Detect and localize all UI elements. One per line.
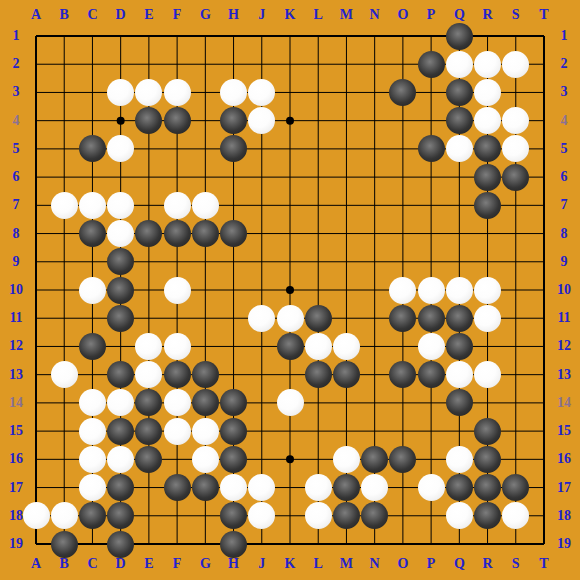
white-stone-R4 <box>474 107 501 134</box>
row-label-left: 5 <box>13 142 20 156</box>
white-stone-F15 <box>164 418 191 445</box>
white-stone-J3 <box>248 79 275 106</box>
white-stone-M16 <box>333 446 360 473</box>
go-board: AABBCCDDEEFFGGHHJJKKLLMMNNOOPPQQRRSSTT11… <box>0 0 580 580</box>
column-label-top: K <box>285 8 296 22</box>
black-stone-M13 <box>333 361 360 388</box>
black-stone-B19 <box>51 531 78 558</box>
star-point <box>286 286 294 294</box>
white-stone-L12 <box>305 333 332 360</box>
black-stone-L11 <box>305 305 332 332</box>
white-stone-G16 <box>192 446 219 473</box>
black-stone-P5 <box>418 135 445 162</box>
white-stone-Q16 <box>446 446 473 473</box>
column-label-bottom: H <box>228 557 239 571</box>
row-label-right: 7 <box>561 198 568 212</box>
white-stone-S2 <box>502 51 529 78</box>
row-label-right: 6 <box>561 170 568 184</box>
row-label-left: 11 <box>9 311 22 325</box>
white-stone-G7 <box>192 192 219 219</box>
column-label-top: B <box>60 8 69 22</box>
white-stone-D8 <box>107 220 134 247</box>
row-label-right: 9 <box>561 255 568 269</box>
column-label-top: N <box>370 8 380 22</box>
black-stone-D19 <box>107 531 134 558</box>
black-stone-Q14 <box>446 389 473 416</box>
column-label-top: G <box>200 8 211 22</box>
white-stone-A18 <box>23 502 50 529</box>
row-label-right: 5 <box>561 142 568 156</box>
column-label-bottom: R <box>482 557 492 571</box>
white-stone-R11 <box>474 305 501 332</box>
black-stone-P11 <box>418 305 445 332</box>
white-stone-D3 <box>107 79 134 106</box>
black-stone-R7 <box>474 192 501 219</box>
column-label-bottom: C <box>87 557 97 571</box>
row-label-left: 18 <box>9 509 23 523</box>
row-label-left: 17 <box>9 481 23 495</box>
row-label-right: 18 <box>557 509 571 523</box>
white-stone-P12 <box>418 333 445 360</box>
black-stone-C8 <box>79 220 106 247</box>
black-stone-F8 <box>164 220 191 247</box>
black-stone-O11 <box>389 305 416 332</box>
row-label-right: 10 <box>557 283 571 297</box>
black-stone-K12 <box>277 333 304 360</box>
column-label-bottom: M <box>340 557 353 571</box>
star-point <box>286 117 294 125</box>
black-stone-D15 <box>107 418 134 445</box>
black-stone-Q4 <box>446 107 473 134</box>
white-stone-J11 <box>248 305 275 332</box>
white-stone-G15 <box>192 418 219 445</box>
white-stone-Q10 <box>446 277 473 304</box>
white-stone-F7 <box>164 192 191 219</box>
black-stone-Q3 <box>446 79 473 106</box>
row-label-right: 16 <box>557 452 571 466</box>
white-stone-C10 <box>79 277 106 304</box>
column-label-bottom: K <box>285 557 296 571</box>
column-label-top: F <box>173 8 182 22</box>
white-stone-L18 <box>305 502 332 529</box>
black-stone-M18 <box>333 502 360 529</box>
row-label-left: 16 <box>9 452 23 466</box>
black-stone-L13 <box>305 361 332 388</box>
black-stone-E16 <box>135 446 162 473</box>
column-label-bottom: S <box>512 557 520 571</box>
row-label-left: 15 <box>9 424 23 438</box>
white-stone-R13 <box>474 361 501 388</box>
white-stone-B18 <box>51 502 78 529</box>
white-stone-F14 <box>164 389 191 416</box>
black-stone-H4 <box>220 107 247 134</box>
column-label-bottom: O <box>397 557 408 571</box>
black-stone-Q1 <box>446 23 473 50</box>
column-label-top: C <box>87 8 97 22</box>
column-label-top: A <box>31 8 41 22</box>
black-stone-G17 <box>192 474 219 501</box>
row-label-left: 4 <box>13 114 20 128</box>
black-stone-O16 <box>389 446 416 473</box>
black-stone-R16 <box>474 446 501 473</box>
black-stone-D11 <box>107 305 134 332</box>
white-stone-K11 <box>277 305 304 332</box>
white-stone-Q5 <box>446 135 473 162</box>
white-stone-F3 <box>164 79 191 106</box>
row-label-left: 12 <box>9 339 23 353</box>
white-stone-D7 <box>107 192 134 219</box>
black-stone-Q17 <box>446 474 473 501</box>
black-stone-S6 <box>502 164 529 191</box>
white-stone-L17 <box>305 474 332 501</box>
row-label-right: 8 <box>561 227 568 241</box>
black-stone-P2 <box>418 51 445 78</box>
row-label-right: 2 <box>561 57 568 71</box>
black-stone-Q12 <box>446 333 473 360</box>
column-label-bottom: J <box>258 557 265 571</box>
white-stone-Q13 <box>446 361 473 388</box>
white-stone-O10 <box>389 277 416 304</box>
black-stone-M17 <box>333 474 360 501</box>
column-label-bottom: A <box>31 557 41 571</box>
row-label-left: 13 <box>9 368 23 382</box>
black-stone-F17 <box>164 474 191 501</box>
black-stone-G13 <box>192 361 219 388</box>
column-label-bottom: L <box>314 557 323 571</box>
white-stone-F10 <box>164 277 191 304</box>
row-label-right: 15 <box>557 424 571 438</box>
white-stone-C17 <box>79 474 106 501</box>
column-label-bottom: Q <box>454 557 465 571</box>
column-label-top: D <box>116 8 126 22</box>
white-stone-H3 <box>220 79 247 106</box>
row-label-right: 11 <box>557 311 570 325</box>
white-stone-C15 <box>79 418 106 445</box>
white-stone-N17 <box>361 474 388 501</box>
white-stone-C7 <box>79 192 106 219</box>
column-label-top: O <box>397 8 408 22</box>
column-label-bottom: G <box>200 557 211 571</box>
white-stone-C16 <box>79 446 106 473</box>
black-stone-H15 <box>220 418 247 445</box>
black-stone-G8 <box>192 220 219 247</box>
column-label-top: T <box>539 8 548 22</box>
white-stone-D16 <box>107 446 134 473</box>
white-stone-F12 <box>164 333 191 360</box>
black-stone-H8 <box>220 220 247 247</box>
column-label-bottom: T <box>539 557 548 571</box>
black-stone-D17 <box>107 474 134 501</box>
black-stone-D10 <box>107 277 134 304</box>
white-stone-B13 <box>51 361 78 388</box>
column-label-top: L <box>314 8 323 22</box>
black-stone-R6 <box>474 164 501 191</box>
column-label-bottom: F <box>173 557 182 571</box>
row-label-right: 4 <box>561 114 568 128</box>
white-stone-R3 <box>474 79 501 106</box>
row-label-left: 3 <box>13 85 20 99</box>
row-label-right: 14 <box>557 396 571 410</box>
white-stone-Q2 <box>446 51 473 78</box>
row-label-right: 19 <box>557 537 571 551</box>
row-label-right: 13 <box>557 368 571 382</box>
star-point <box>286 455 294 463</box>
row-label-left: 7 <box>13 198 20 212</box>
column-label-top: M <box>340 8 353 22</box>
row-label-left: 10 <box>9 283 23 297</box>
black-stone-C12 <box>79 333 106 360</box>
white-stone-P10 <box>418 277 445 304</box>
white-stone-P17 <box>418 474 445 501</box>
white-stone-H17 <box>220 474 247 501</box>
black-stone-C18 <box>79 502 106 529</box>
row-label-left: 9 <box>13 255 20 269</box>
black-stone-F4 <box>164 107 191 134</box>
column-label-bottom: E <box>144 557 153 571</box>
black-stone-P13 <box>418 361 445 388</box>
row-label-right: 3 <box>561 85 568 99</box>
column-label-top: Q <box>454 8 465 22</box>
row-label-left: 6 <box>13 170 20 184</box>
black-stone-N16 <box>361 446 388 473</box>
column-label-bottom: B <box>60 557 69 571</box>
row-label-left: 14 <box>9 396 23 410</box>
black-stone-Q11 <box>446 305 473 332</box>
column-label-top: E <box>144 8 153 22</box>
column-label-top: H <box>228 8 239 22</box>
row-label-left: 19 <box>9 537 23 551</box>
column-label-top: P <box>427 8 436 22</box>
column-label-top: J <box>258 8 265 22</box>
black-stone-H16 <box>220 446 247 473</box>
row-label-left: 2 <box>13 57 20 71</box>
white-stone-M12 <box>333 333 360 360</box>
white-stone-R10 <box>474 277 501 304</box>
row-label-right: 12 <box>557 339 571 353</box>
star-point <box>117 117 125 125</box>
column-label-bottom: P <box>427 557 436 571</box>
white-stone-R2 <box>474 51 501 78</box>
column-label-top: R <box>482 8 492 22</box>
black-stone-R15 <box>474 418 501 445</box>
black-stone-R17 <box>474 474 501 501</box>
row-label-left: 8 <box>13 227 20 241</box>
black-stone-G14 <box>192 389 219 416</box>
white-stone-Q18 <box>446 502 473 529</box>
row-label-left: 1 <box>13 29 20 43</box>
column-label-bottom: D <box>116 557 126 571</box>
black-stone-E15 <box>135 418 162 445</box>
white-stone-B7 <box>51 192 78 219</box>
white-stone-K14 <box>277 389 304 416</box>
black-stone-H19 <box>220 531 247 558</box>
black-stone-F13 <box>164 361 191 388</box>
row-label-right: 1 <box>561 29 568 43</box>
column-label-top: S <box>512 8 520 22</box>
row-label-right: 17 <box>557 481 571 495</box>
column-label-bottom: N <box>370 557 380 571</box>
